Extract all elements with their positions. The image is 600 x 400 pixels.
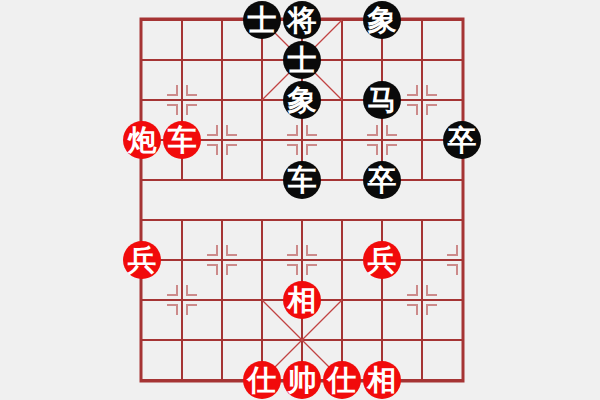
board-point[interactable]	[442, 80, 482, 120]
board-point[interactable]	[402, 120, 442, 160]
board-point[interactable]	[202, 40, 242, 80]
board-point[interactable]	[282, 320, 322, 360]
board-point[interactable]	[162, 160, 202, 200]
board-grid: 士将象士象马炮车卒车卒兵兵相仕帅仕相	[122, 0, 482, 400]
piece-red-cannon[interactable]: 炮	[123, 121, 161, 159]
board-point[interactable]	[442, 360, 482, 400]
board-point[interactable]: 兵	[362, 240, 402, 280]
board-point[interactable]	[402, 200, 442, 240]
board-point[interactable]	[402, 280, 442, 320]
piece-black-elephant[interactable]: 象	[283, 81, 321, 119]
board-point[interactable]	[202, 280, 242, 320]
board-point[interactable]	[162, 0, 202, 40]
board-point[interactable]	[402, 240, 442, 280]
board-point[interactable]	[402, 360, 442, 400]
board-point[interactable]	[402, 40, 442, 80]
board-point[interactable]	[162, 80, 202, 120]
board-point[interactable]: 兵	[122, 240, 162, 280]
piece-red-advisor[interactable]: 仕	[243, 361, 281, 399]
board-point[interactable]	[402, 160, 442, 200]
piece-red-pawn[interactable]: 兵	[363, 241, 401, 279]
piece-black-elephant[interactable]: 象	[363, 1, 401, 39]
piece-black-advisor[interactable]: 士	[243, 1, 281, 39]
board-point[interactable]	[162, 40, 202, 80]
board-point[interactable]: 炮	[122, 120, 162, 160]
board-point[interactable]	[442, 320, 482, 360]
piece-black-horse[interactable]: 马	[363, 81, 401, 119]
board-point[interactable]	[322, 0, 362, 40]
board-point[interactable]	[242, 320, 282, 360]
board-point[interactable]: 仕	[322, 360, 362, 400]
piece-black-chariot[interactable]: 车	[283, 161, 321, 199]
board-point[interactable]	[362, 120, 402, 160]
board-point[interactable]	[322, 160, 362, 200]
board-point[interactable]	[442, 280, 482, 320]
board-point[interactable]	[362, 280, 402, 320]
board-point[interactable]: 卒	[362, 160, 402, 200]
board-point[interactable]	[202, 160, 242, 200]
board-point[interactable]	[322, 320, 362, 360]
board-point[interactable]	[362, 320, 402, 360]
board-point[interactable]	[202, 120, 242, 160]
board-point[interactable]	[322, 40, 362, 80]
board-point[interactable]: 帅	[282, 360, 322, 400]
board-point[interactable]: 象	[282, 80, 322, 120]
board-point[interactable]	[402, 80, 442, 120]
board-point[interactable]	[122, 360, 162, 400]
board-point[interactable]	[242, 80, 282, 120]
board-point[interactable]: 将	[282, 0, 322, 40]
board-point[interactable]	[122, 160, 162, 200]
xiangqi-board: 士将象士象马炮车卒车卒兵兵相仕帅仕相	[122, 0, 482, 400]
board-point[interactable]	[242, 160, 282, 200]
board-point[interactable]	[202, 240, 242, 280]
board-point[interactable]	[282, 240, 322, 280]
board-point[interactable]	[162, 360, 202, 400]
piece-black-advisor[interactable]: 士	[283, 41, 321, 79]
board-point[interactable]: 士	[242, 0, 282, 40]
board-point[interactable]: 车	[162, 120, 202, 160]
board-point[interactable]	[322, 240, 362, 280]
board-point[interactable]	[122, 320, 162, 360]
board-point[interactable]: 马	[362, 80, 402, 120]
board-point[interactable]	[202, 320, 242, 360]
board-point[interactable]	[242, 40, 282, 80]
board-point[interactable]	[202, 360, 242, 400]
board-point[interactable]	[362, 40, 402, 80]
board-point[interactable]	[122, 0, 162, 40]
piece-red-elephant[interactable]: 相	[283, 281, 321, 319]
board-point[interactable]	[402, 320, 442, 360]
board-point[interactable]	[442, 160, 482, 200]
board-point[interactable]	[242, 240, 282, 280]
piece-black-pawn[interactable]: 卒	[363, 161, 401, 199]
board-point[interactable]	[162, 200, 202, 240]
board-point[interactable]	[202, 0, 242, 40]
board-point[interactable]	[122, 80, 162, 120]
board-point[interactable]: 士	[282, 40, 322, 80]
board-point[interactable]: 象	[362, 0, 402, 40]
board-point[interactable]	[322, 200, 362, 240]
board-point[interactable]	[322, 280, 362, 320]
piece-red-pawn[interactable]: 兵	[123, 241, 161, 279]
piece-red-chariot[interactable]: 车	[163, 121, 201, 159]
board-point[interactable]	[442, 200, 482, 240]
piece-red-advisor[interactable]: 仕	[323, 361, 361, 399]
board-point[interactable]	[442, 240, 482, 280]
board-point[interactable]	[322, 80, 362, 120]
board-point[interactable]	[282, 120, 322, 160]
board-point[interactable]: 车	[282, 160, 322, 200]
board-point[interactable]	[122, 40, 162, 80]
board-point[interactable]: 相	[282, 280, 322, 320]
piece-red-general[interactable]: 帅	[283, 361, 321, 399]
board-point[interactable]	[442, 0, 482, 40]
board-point[interactable]	[242, 200, 282, 240]
board-point[interactable]	[322, 120, 362, 160]
board-point[interactable]	[122, 200, 162, 240]
board-point[interactable]	[162, 280, 202, 320]
piece-black-general[interactable]: 将	[283, 1, 321, 39]
board-point[interactable]	[122, 280, 162, 320]
screen: 士将象士象马炮车卒车卒兵兵相仕帅仕相	[0, 0, 600, 400]
board-point[interactable]: 卒	[442, 120, 482, 160]
piece-black-pawn[interactable]: 卒	[443, 121, 481, 159]
board-point[interactable]: 仕	[242, 360, 282, 400]
board-point[interactable]	[362, 200, 402, 240]
board-point[interactable]	[402, 0, 442, 40]
board-point[interactable]	[202, 200, 242, 240]
board-point[interactable]: 相	[362, 360, 402, 400]
board-point[interactable]	[202, 80, 242, 120]
board-point[interactable]	[242, 280, 282, 320]
board-point[interactable]	[162, 240, 202, 280]
board-point[interactable]	[242, 120, 282, 160]
board-point[interactable]	[282, 200, 322, 240]
piece-red-elephant[interactable]: 相	[363, 361, 401, 399]
board-point[interactable]	[442, 40, 482, 80]
board-point[interactable]	[162, 320, 202, 360]
